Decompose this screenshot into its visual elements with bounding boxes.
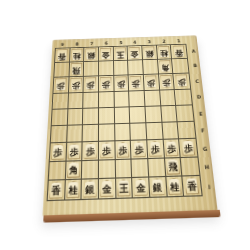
square-5e[interactable] <box>114 107 130 124</box>
square-8i[interactable]: 桂 <box>65 179 82 199</box>
square-1e[interactable] <box>176 105 193 122</box>
square-1h[interactable] <box>181 157 199 176</box>
shogi-piece-歩-9g[interactable]: 歩 <box>51 144 65 160</box>
square-4g[interactable]: 歩 <box>131 141 148 159</box>
square-1c[interactable]: 歩 <box>174 74 191 90</box>
shogi-piece-銀-7a[interactable]: 銀 <box>85 48 97 60</box>
shogi-piece-歩-1g[interactable]: 歩 <box>181 140 195 155</box>
square-6h[interactable] <box>99 160 116 179</box>
rank-label-H: H <box>202 159 213 175</box>
shogi-piece-銀-7i[interactable]: 銀 <box>83 180 97 197</box>
square-3c[interactable]: 歩 <box>144 75 160 91</box>
square-2c[interactable]: 歩 <box>159 74 175 90</box>
rank-label-F: F <box>198 123 208 138</box>
square-5f[interactable] <box>115 124 131 142</box>
square-7e[interactable] <box>83 108 99 125</box>
shogi-piece-香-1i[interactable]: 香 <box>185 177 200 194</box>
shogi-piece-歩-5g[interactable]: 歩 <box>116 142 129 158</box>
square-3h[interactable] <box>148 158 166 177</box>
shogi-piece-歩-4c[interactable]: 歩 <box>130 76 143 89</box>
shogi-piece-香-9a[interactable]: 香 <box>56 49 68 61</box>
shogi-piece-銀-3a[interactable]: 銀 <box>143 46 155 58</box>
square-6i[interactable]: 金 <box>99 178 116 198</box>
square-8c[interactable]: 歩 <box>69 77 84 93</box>
shogi-piece-歩-9c[interactable]: 歩 <box>55 78 68 91</box>
shogi-piece-歩-8g[interactable]: 歩 <box>67 144 80 160</box>
square-4f[interactable] <box>131 123 148 141</box>
shogi-piece-飛-2h[interactable]: 飛 <box>166 159 180 175</box>
square-4c[interactable]: 歩 <box>129 75 145 91</box>
shogi-piece-香-1a[interactable]: 香 <box>173 45 186 57</box>
shogi-piece-桂-2i[interactable]: 桂 <box>167 178 182 195</box>
rank-label-C: C <box>192 74 202 88</box>
square-8d[interactable] <box>68 93 84 110</box>
square-7i[interactable]: 銀 <box>82 179 99 199</box>
square-1i[interactable]: 香 <box>183 176 202 196</box>
shogi-piece-銀-3i[interactable]: 銀 <box>150 178 164 195</box>
shogi-piece-角-2b[interactable]: 角 <box>159 60 172 73</box>
square-8e[interactable] <box>67 109 83 126</box>
square-7h[interactable] <box>82 160 99 179</box>
file-label-7: 7 <box>85 40 97 47</box>
square-1a[interactable]: 香 <box>171 45 187 60</box>
rank-label-I: I <box>204 178 215 195</box>
square-6a[interactable]: 金 <box>99 47 114 62</box>
square-4b[interactable] <box>128 60 143 75</box>
square-9i[interactable]: 香 <box>48 180 66 200</box>
square-4h[interactable] <box>132 159 149 178</box>
square-3b[interactable] <box>143 60 159 75</box>
rank-label-E: E <box>196 106 206 121</box>
shogi-piece-金-4a[interactable]: 金 <box>129 47 141 59</box>
rank-label-G: G <box>200 140 211 156</box>
shogi-piece-歩-2g[interactable]: 歩 <box>165 141 179 157</box>
rank-label-B: B <box>191 59 200 72</box>
square-2d[interactable] <box>160 90 177 106</box>
shogi-piece-歩-2c[interactable]: 歩 <box>160 75 173 88</box>
square-2i[interactable]: 桂 <box>166 176 184 196</box>
shogi-piece-王-5i[interactable]: 王 <box>117 179 131 196</box>
file-label-9: 9 <box>56 41 69 48</box>
square-2g[interactable]: 歩 <box>163 140 181 158</box>
square-8f[interactable] <box>67 125 83 143</box>
shogi-piece-歩-3g[interactable]: 歩 <box>148 141 162 157</box>
square-8g[interactable]: 歩 <box>66 143 83 162</box>
square-7g[interactable]: 歩 <box>83 142 99 161</box>
square-6g[interactable]: 歩 <box>99 142 115 161</box>
square-8h[interactable]: 角 <box>66 161 83 180</box>
square-5i[interactable]: 王 <box>116 178 133 198</box>
shogi-piece-角-8h[interactable]: 角 <box>67 162 81 178</box>
square-3i[interactable]: 銀 <box>149 177 167 197</box>
square-8a[interactable]: 桂 <box>70 48 85 63</box>
square-2e[interactable] <box>161 106 178 123</box>
square-9g[interactable]: 歩 <box>50 143 67 162</box>
square-9c[interactable]: 歩 <box>53 78 69 94</box>
square-8b[interactable]: 飛 <box>69 62 84 77</box>
square-9f[interactable] <box>51 126 68 144</box>
shogi-piece-歩-6c[interactable]: 歩 <box>100 77 112 90</box>
square-1b[interactable] <box>172 59 188 74</box>
file-label-1: 1 <box>172 37 185 44</box>
square-3d[interactable] <box>145 90 161 106</box>
square-4a[interactable]: 金 <box>128 46 143 61</box>
shogi-piece-桂-2a[interactable]: 桂 <box>158 46 171 58</box>
shogi-piece-歩-4g[interactable]: 歩 <box>132 142 146 158</box>
shogi-piece-香-9i[interactable]: 香 <box>49 182 63 199</box>
rank-labels: ABCDEFGHI <box>188 43 216 196</box>
file-label-8: 8 <box>71 40 84 47</box>
square-1d[interactable] <box>175 89 192 105</box>
shogi-piece-歩-3c[interactable]: 歩 <box>145 76 158 89</box>
shogi-piece-歩-7g[interactable]: 歩 <box>84 143 97 159</box>
shogi-piece-歩-1c[interactable]: 歩 <box>175 75 188 88</box>
square-4i[interactable]: 金 <box>132 177 150 197</box>
square-2a[interactable]: 桂 <box>157 45 173 60</box>
square-7a[interactable]: 銀 <box>84 47 99 62</box>
square-5a[interactable]: 玉 <box>113 46 128 61</box>
shogi-piece-金-6a[interactable]: 金 <box>100 48 112 60</box>
shogi-piece-金-6i[interactable]: 金 <box>100 180 114 197</box>
rank-label-A: A <box>189 44 198 57</box>
shogi-piece-歩-5c[interactable]: 歩 <box>115 77 127 90</box>
square-6b[interactable] <box>99 61 114 76</box>
square-7c[interactable]: 歩 <box>84 77 99 93</box>
square-9a[interactable]: 香 <box>55 48 70 63</box>
square-5c[interactable]: 歩 <box>114 76 129 92</box>
file-label-4: 4 <box>129 38 142 45</box>
shogi-piece-玉-5a[interactable]: 玉 <box>114 47 126 59</box>
square-2b[interactable]: 角 <box>158 59 174 74</box>
square-3e[interactable] <box>145 106 162 123</box>
square-6d[interactable] <box>99 92 114 109</box>
shogi-piece-桂-8i[interactable]: 桂 <box>66 181 80 198</box>
square-5b[interactable] <box>114 61 129 76</box>
square-3f[interactable] <box>146 123 163 141</box>
file-label-2: 2 <box>158 37 171 44</box>
rank-label-D: D <box>194 90 204 104</box>
square-2f[interactable] <box>162 122 179 140</box>
board-grid: 香桂銀金玉金銀桂香飛角歩歩歩歩歩歩歩歩歩歩歩歩歩歩歩歩歩歩角飛香桂銀金王金銀桂香 <box>47 44 203 201</box>
shogi-piece-歩-8c[interactable]: 歩 <box>70 78 82 91</box>
square-1f[interactable] <box>178 122 196 140</box>
shogi-piece-飛-8b[interactable]: 飛 <box>70 63 82 76</box>
shogi-board: 987654321 ABCDEFGHI 香桂銀金玉金銀桂香飛角歩歩歩歩歩歩歩歩歩… <box>42 35 217 216</box>
square-9b[interactable] <box>54 63 69 78</box>
square-6c[interactable]: 歩 <box>99 76 114 92</box>
square-9e[interactable] <box>52 109 68 126</box>
board-side-edge <box>43 210 220 223</box>
square-6e[interactable] <box>99 108 115 125</box>
square-3g[interactable]: 歩 <box>147 140 164 158</box>
square-9h[interactable] <box>49 161 66 180</box>
shogi-piece-歩-6g[interactable]: 歩 <box>100 143 113 159</box>
square-7b[interactable] <box>84 62 99 77</box>
square-7d[interactable] <box>84 92 99 109</box>
square-4d[interactable] <box>129 91 145 108</box>
square-3a[interactable]: 銀 <box>142 46 157 61</box>
square-7f[interactable] <box>83 125 99 143</box>
file-label-6: 6 <box>100 39 112 46</box>
square-4e[interactable] <box>130 107 146 124</box>
file-label-5: 5 <box>114 39 127 46</box>
board-surface: 987654321 ABCDEFGHI 香桂銀金玉金銀桂香飛角歩歩歩歩歩歩歩歩歩… <box>42 35 217 216</box>
shogi-piece-桂-8a[interactable]: 桂 <box>71 49 83 61</box>
square-9d[interactable] <box>53 93 69 110</box>
shogi-piece-金-4i[interactable]: 金 <box>134 179 148 196</box>
board-tilt-wrapper: 987654321 ABCDEFGHI 香桂銀金玉金銀桂香飛角歩歩歩歩歩歩歩歩歩… <box>45 25 209 210</box>
shogi-piece-歩-7c[interactable]: 歩 <box>85 77 97 90</box>
square-1g[interactable]: 歩 <box>179 139 197 157</box>
square-5d[interactable] <box>114 91 130 108</box>
photo-background: 987654321 ABCDEFGHI 香桂銀金玉金銀桂香飛角歩歩歩歩歩歩歩歩歩… <box>0 0 250 250</box>
square-5h[interactable] <box>115 159 132 178</box>
square-2h[interactable]: 飛 <box>165 158 183 177</box>
square-6f[interactable] <box>99 124 115 142</box>
file-label-3: 3 <box>143 38 156 45</box>
square-5g[interactable]: 歩 <box>115 141 132 159</box>
